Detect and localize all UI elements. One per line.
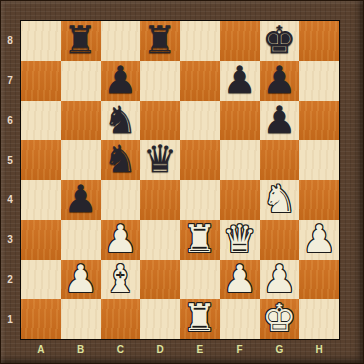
square-c4[interactable] [101, 180, 141, 220]
square-e7[interactable] [180, 61, 220, 101]
square-a4[interactable] [21, 180, 61, 220]
piece-black-pawn[interactable]: ♟ [262, 61, 296, 101]
square-d5[interactable]: ♛ [140, 140, 180, 180]
piece-white-rook[interactable]: ♜ [183, 299, 217, 339]
square-e4[interactable] [180, 180, 220, 220]
square-b8[interactable]: ♜ [61, 21, 101, 61]
file-label-h: H [299, 343, 339, 356]
square-f3[interactable]: ♛ [220, 220, 260, 260]
piece-black-pawn[interactable]: ♟ [223, 61, 257, 101]
rank-label-6: 6 [0, 114, 20, 127]
square-d6[interactable] [140, 101, 180, 141]
square-f1[interactable] [220, 299, 260, 339]
piece-white-pawn[interactable]: ♟ [103, 220, 137, 260]
square-c5[interactable]: ♞ [101, 140, 141, 180]
file-label-g: G [260, 343, 300, 356]
square-f4[interactable] [220, 180, 260, 220]
square-a5[interactable] [21, 140, 61, 180]
square-e2[interactable] [180, 260, 220, 300]
rank-label-4: 4 [0, 193, 20, 206]
piece-white-pawn[interactable]: ♟ [262, 260, 296, 300]
square-c6[interactable]: ♞ [101, 101, 141, 141]
square-c1[interactable] [101, 299, 141, 339]
file-label-a: A [21, 343, 61, 356]
square-e6[interactable] [180, 101, 220, 141]
piece-white-rook[interactable]: ♜ [183, 220, 217, 260]
square-a6[interactable] [21, 101, 61, 141]
square-e5[interactable] [180, 140, 220, 180]
piece-black-king[interactable]: ♚ [262, 21, 296, 61]
square-a1[interactable] [21, 299, 61, 339]
rank-label-2: 2 [0, 273, 20, 286]
piece-white-bishop[interactable]: ♝ [103, 260, 137, 300]
file-label-c: C [101, 343, 141, 356]
square-f5[interactable] [220, 140, 260, 180]
piece-black-knight[interactable]: ♞ [103, 101, 137, 141]
piece-black-rook[interactable]: ♜ [143, 21, 177, 61]
square-g4[interactable]: ♞ [260, 180, 300, 220]
square-b1[interactable] [61, 299, 101, 339]
square-c8[interactable] [101, 21, 141, 61]
square-h4[interactable] [299, 180, 339, 220]
square-b7[interactable] [61, 61, 101, 101]
square-d2[interactable] [140, 260, 180, 300]
rank-label-5: 5 [0, 154, 20, 167]
square-d4[interactable] [140, 180, 180, 220]
square-a7[interactable] [21, 61, 61, 101]
square-g5[interactable] [260, 140, 300, 180]
file-label-d: D [140, 343, 180, 356]
piece-white-pawn[interactable]: ♟ [64, 260, 98, 300]
square-f7[interactable]: ♟ [220, 61, 260, 101]
square-f6[interactable] [220, 101, 260, 141]
square-g7[interactable]: ♟ [260, 61, 300, 101]
square-h7[interactable] [299, 61, 339, 101]
chess-board: ♜♜♚♟♟♟♞♟♞♛♟♞♟♜♛♟♟♝♟♟♜♚ [20, 20, 340, 340]
piece-black-pawn[interactable]: ♟ [64, 180, 98, 220]
piece-white-king[interactable]: ♚ [262, 299, 296, 339]
square-h6[interactable] [299, 101, 339, 141]
square-c7[interactable]: ♟ [101, 61, 141, 101]
square-e8[interactable] [180, 21, 220, 61]
square-b6[interactable] [61, 101, 101, 141]
square-a8[interactable] [21, 21, 61, 61]
rank-label-3: 3 [0, 233, 20, 246]
piece-white-pawn[interactable]: ♟ [302, 220, 336, 260]
piece-black-pawn[interactable]: ♟ [103, 61, 137, 101]
rank-label-8: 8 [0, 34, 20, 47]
chess-board-window: ♜♜♚♟♟♟♞♟♞♛♟♞♟♜♛♟♟♝♟♟♜♚ 87654321 ABCDEFGH [0, 0, 364, 364]
square-h1[interactable] [299, 299, 339, 339]
piece-black-knight[interactable]: ♞ [103, 140, 137, 180]
piece-black-queen[interactable]: ♛ [143, 140, 177, 180]
square-f8[interactable] [220, 21, 260, 61]
square-c2[interactable]: ♝ [101, 260, 141, 300]
square-c3[interactable]: ♟ [101, 220, 141, 260]
square-d8[interactable]: ♜ [140, 21, 180, 61]
square-h8[interactable] [299, 21, 339, 61]
file-label-f: F [220, 343, 260, 356]
square-d3[interactable] [140, 220, 180, 260]
piece-black-pawn[interactable]: ♟ [262, 101, 296, 141]
square-b4[interactable]: ♟ [61, 180, 101, 220]
square-h3[interactable]: ♟ [299, 220, 339, 260]
square-b5[interactable] [61, 140, 101, 180]
square-g6[interactable]: ♟ [260, 101, 300, 141]
piece-white-queen[interactable]: ♛ [223, 220, 257, 260]
square-d7[interactable] [140, 61, 180, 101]
piece-white-knight[interactable]: ♞ [262, 180, 296, 220]
square-a3[interactable] [21, 220, 61, 260]
square-h2[interactable] [299, 260, 339, 300]
square-h5[interactable] [299, 140, 339, 180]
square-b3[interactable] [61, 220, 101, 260]
square-a2[interactable] [21, 260, 61, 300]
rank-label-7: 7 [0, 74, 20, 87]
square-g1[interactable]: ♚ [260, 299, 300, 339]
square-g2[interactable]: ♟ [260, 260, 300, 300]
file-label-b: B [61, 343, 101, 356]
square-b2[interactable]: ♟ [61, 260, 101, 300]
piece-black-rook[interactable]: ♜ [64, 21, 98, 61]
square-d1[interactable] [140, 299, 180, 339]
square-e1[interactable]: ♜ [180, 299, 220, 339]
file-label-e: E [180, 343, 220, 356]
square-g3[interactable] [260, 220, 300, 260]
square-e3[interactable]: ♜ [180, 220, 220, 260]
piece-white-pawn[interactable]: ♟ [223, 260, 257, 300]
rank-label-1: 1 [0, 313, 20, 326]
square-f2[interactable]: ♟ [220, 260, 260, 300]
square-g8[interactable]: ♚ [260, 21, 300, 61]
